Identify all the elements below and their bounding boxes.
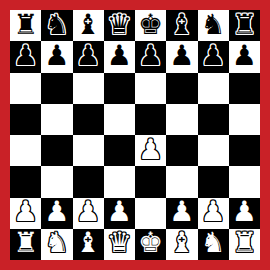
piece-black-queen[interactable]: ♛ (107, 11, 132, 39)
piece-white-rook[interactable]: ♜ (13, 229, 38, 257)
piece-black-pawn[interactable]: ♟ (44, 42, 69, 70)
square-e2[interactable] (135, 198, 166, 229)
square-d2[interactable]: ♟ (104, 198, 135, 229)
piece-white-bishop[interactable]: ♝ (76, 229, 101, 257)
square-a4[interactable] (10, 135, 41, 166)
square-a7[interactable]: ♟ (10, 41, 41, 72)
square-c8[interactable]: ♝ (73, 10, 104, 41)
piece-white-king[interactable]: ♚ (138, 229, 163, 257)
piece-white-pawn[interactable]: ♟ (107, 198, 132, 226)
square-d1[interactable]: ♛ (104, 229, 135, 260)
square-g6[interactable] (198, 73, 229, 104)
piece-white-pawn[interactable]: ♟ (232, 198, 257, 226)
square-h1[interactable]: ♜ (229, 229, 260, 260)
square-h8[interactable]: ♜ (229, 10, 260, 41)
chess-board: ♜♞♝♛♚♝♞♜♟♟♟♟♟♟♟♟♟♟♟♟♟♟♟♟♜♞♝♛♚♝♞♜ (10, 10, 260, 260)
piece-white-pawn[interactable]: ♟ (13, 198, 38, 226)
piece-white-pawn[interactable]: ♟ (169, 198, 194, 226)
piece-white-pawn[interactable]: ♟ (76, 198, 101, 226)
square-f4[interactable] (166, 135, 197, 166)
square-a8[interactable]: ♜ (10, 10, 41, 41)
square-b2[interactable]: ♟ (41, 198, 72, 229)
piece-black-knight[interactable]: ♞ (201, 11, 226, 39)
square-h5[interactable] (229, 104, 260, 135)
square-h7[interactable]: ♟ (229, 41, 260, 72)
piece-black-knight[interactable]: ♞ (44, 11, 69, 39)
square-d7[interactable]: ♟ (104, 41, 135, 72)
piece-black-pawn[interactable]: ♟ (201, 42, 226, 70)
piece-black-king[interactable]: ♚ (138, 11, 163, 39)
piece-white-queen[interactable]: ♛ (107, 229, 132, 257)
square-e3[interactable] (135, 166, 166, 197)
piece-white-knight[interactable]: ♞ (44, 229, 69, 257)
square-b3[interactable] (41, 166, 72, 197)
square-f5[interactable] (166, 104, 197, 135)
square-g8[interactable]: ♞ (198, 10, 229, 41)
piece-black-pawn[interactable]: ♟ (76, 42, 101, 70)
piece-black-pawn[interactable]: ♟ (13, 42, 38, 70)
square-d6[interactable] (104, 73, 135, 104)
square-c2[interactable]: ♟ (73, 198, 104, 229)
square-a3[interactable] (10, 166, 41, 197)
square-f2[interactable]: ♟ (166, 198, 197, 229)
square-b8[interactable]: ♞ (41, 10, 72, 41)
square-d3[interactable] (104, 166, 135, 197)
square-g1[interactable]: ♞ (198, 229, 229, 260)
square-c7[interactable]: ♟ (73, 41, 104, 72)
square-d5[interactable] (104, 104, 135, 135)
square-c3[interactable] (73, 166, 104, 197)
square-b4[interactable] (41, 135, 72, 166)
board-frame: ♜♞♝♛♚♝♞♜♟♟♟♟♟♟♟♟♟♟♟♟♟♟♟♟♜♞♝♛♚♝♞♜ (0, 0, 270, 270)
square-a5[interactable] (10, 104, 41, 135)
square-e4[interactable]: ♟ (135, 135, 166, 166)
square-c5[interactable] (73, 104, 104, 135)
piece-black-pawn[interactable]: ♟ (232, 42, 257, 70)
square-b7[interactable]: ♟ (41, 41, 72, 72)
square-f1[interactable]: ♝ (166, 229, 197, 260)
square-b1[interactable]: ♞ (41, 229, 72, 260)
square-g4[interactable] (198, 135, 229, 166)
square-e5[interactable] (135, 104, 166, 135)
square-e7[interactable]: ♟ (135, 41, 166, 72)
piece-white-knight[interactable]: ♞ (201, 229, 226, 257)
square-a2[interactable]: ♟ (10, 198, 41, 229)
piece-black-pawn[interactable]: ♟ (138, 42, 163, 70)
square-c1[interactable]: ♝ (73, 229, 104, 260)
piece-white-rook[interactable]: ♜ (232, 229, 257, 257)
piece-white-pawn[interactable]: ♟ (138, 136, 163, 164)
square-c4[interactable] (73, 135, 104, 166)
piece-black-pawn[interactable]: ♟ (107, 42, 132, 70)
piece-white-pawn[interactable]: ♟ (44, 198, 69, 226)
piece-black-bishop[interactable]: ♝ (76, 11, 101, 39)
square-g5[interactable] (198, 104, 229, 135)
square-g3[interactable] (198, 166, 229, 197)
square-h6[interactable] (229, 73, 260, 104)
square-f7[interactable]: ♟ (166, 41, 197, 72)
square-e1[interactable]: ♚ (135, 229, 166, 260)
square-a1[interactable]: ♜ (10, 229, 41, 260)
piece-black-pawn[interactable]: ♟ (169, 42, 194, 70)
square-c6[interactable] (73, 73, 104, 104)
square-f3[interactable] (166, 166, 197, 197)
square-h3[interactable] (229, 166, 260, 197)
square-f6[interactable] (166, 73, 197, 104)
piece-black-rook[interactable]: ♜ (232, 11, 257, 39)
square-e6[interactable] (135, 73, 166, 104)
square-d8[interactable]: ♛ (104, 10, 135, 41)
square-h2[interactable]: ♟ (229, 198, 260, 229)
piece-black-bishop[interactable]: ♝ (169, 11, 194, 39)
square-b6[interactable] (41, 73, 72, 104)
square-a6[interactable] (10, 73, 41, 104)
piece-black-rook[interactable]: ♜ (13, 11, 38, 39)
piece-white-pawn[interactable]: ♟ (201, 198, 226, 226)
square-d4[interactable] (104, 135, 135, 166)
square-g7[interactable]: ♟ (198, 41, 229, 72)
square-e8[interactable]: ♚ (135, 10, 166, 41)
square-g2[interactable]: ♟ (198, 198, 229, 229)
square-b5[interactable] (41, 104, 72, 135)
square-f8[interactable]: ♝ (166, 10, 197, 41)
piece-white-bishop[interactable]: ♝ (169, 229, 194, 257)
square-h4[interactable] (229, 135, 260, 166)
